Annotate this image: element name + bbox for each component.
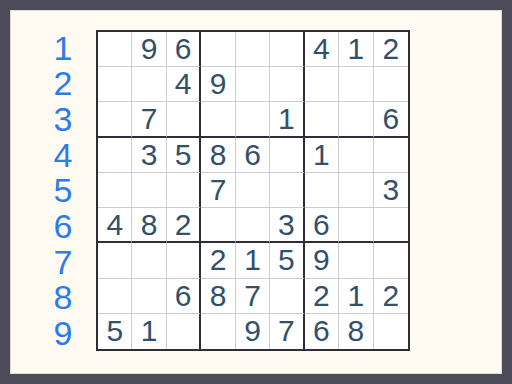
cell-r4c2[interactable]: 3 [132, 138, 166, 173]
row-label-1: 1 [41, 30, 85, 66]
cell-r2c2[interactable] [132, 67, 166, 102]
cell-r3c5[interactable] [236, 102, 270, 137]
cell-r6c5[interactable] [236, 208, 270, 243]
cell-r6c1[interactable]: 4 [98, 208, 132, 243]
cell-r3c9[interactable]: 6 [374, 102, 408, 137]
cell-r5c4[interactable]: 7 [201, 173, 235, 208]
cell-r5c8[interactable] [339, 173, 373, 208]
cell-r9c7[interactable]: 6 [305, 314, 339, 349]
cell-r8c4[interactable]: 8 [201, 279, 235, 314]
cell-r7c8[interactable] [339, 243, 373, 278]
cell-r7c5[interactable]: 1 [236, 243, 270, 278]
cell-r1c6[interactable] [270, 32, 304, 67]
cell-r2c5[interactable] [236, 67, 270, 102]
cell-r7c9[interactable] [374, 243, 408, 278]
cell-r9c9[interactable] [374, 314, 408, 349]
cell-r3c2[interactable]: 7 [132, 102, 166, 137]
cell-r8c1[interactable] [98, 279, 132, 314]
window-frame: 123456789 964124971635861734823621596872… [0, 0, 512, 384]
row-label-6: 6 [41, 208, 85, 244]
cell-r6c2[interactable]: 8 [132, 208, 166, 243]
cell-r6c9[interactable] [374, 208, 408, 243]
cell-r8c2[interactable] [132, 279, 166, 314]
cell-r6c4[interactable] [201, 208, 235, 243]
cell-r2c9[interactable] [374, 67, 408, 102]
cell-r3c1[interactable] [98, 102, 132, 137]
row-label-9: 9 [41, 315, 85, 351]
cell-r9c4[interactable] [201, 314, 235, 349]
cell-r9c2[interactable]: 1 [132, 314, 166, 349]
cell-r3c3[interactable] [167, 102, 201, 137]
cell-r4c1[interactable] [98, 138, 132, 173]
cell-r7c7[interactable]: 9 [305, 243, 339, 278]
cell-r1c5[interactable] [236, 32, 270, 67]
row-label-5: 5 [41, 173, 85, 209]
cell-r7c2[interactable] [132, 243, 166, 278]
row-label-4: 4 [41, 137, 85, 173]
cell-r6c8[interactable] [339, 208, 373, 243]
row-label-3: 3 [41, 101, 85, 137]
cell-r3c7[interactable] [305, 102, 339, 137]
cell-r6c7[interactable]: 6 [305, 208, 339, 243]
cell-r4c7[interactable]: 1 [305, 138, 339, 173]
cell-r5c9[interactable]: 3 [374, 173, 408, 208]
cell-r1c3[interactable]: 6 [167, 32, 201, 67]
cell-r8c3[interactable]: 6 [167, 279, 201, 314]
cell-r2c3[interactable]: 4 [167, 67, 201, 102]
cell-r2c8[interactable] [339, 67, 373, 102]
row-label-2: 2 [41, 66, 85, 102]
cell-r9c6[interactable]: 7 [270, 314, 304, 349]
cell-r9c8[interactable]: 8 [339, 314, 373, 349]
cell-r5c1[interactable] [98, 173, 132, 208]
cell-r2c6[interactable] [270, 67, 304, 102]
cell-r3c8[interactable] [339, 102, 373, 137]
cell-r9c1[interactable]: 5 [98, 314, 132, 349]
cell-r1c7[interactable]: 4 [305, 32, 339, 67]
cell-r2c1[interactable] [98, 67, 132, 102]
cell-r1c2[interactable]: 9 [132, 32, 166, 67]
cell-r1c4[interactable] [201, 32, 235, 67]
cell-r4c9[interactable] [374, 138, 408, 173]
cell-r4c8[interactable] [339, 138, 373, 173]
row-label-7: 7 [41, 244, 85, 280]
cell-r5c7[interactable] [305, 173, 339, 208]
cell-r7c1[interactable] [98, 243, 132, 278]
cell-r4c6[interactable] [270, 138, 304, 173]
cell-r2c4[interactable]: 9 [201, 67, 235, 102]
cell-r8c7[interactable]: 2 [305, 279, 339, 314]
row-label-8: 8 [41, 280, 85, 316]
cell-r8c5[interactable]: 7 [236, 279, 270, 314]
cell-r2c7[interactable] [305, 67, 339, 102]
cell-r5c2[interactable] [132, 173, 166, 208]
cell-r4c5[interactable]: 6 [236, 138, 270, 173]
cell-r8c8[interactable]: 1 [339, 279, 373, 314]
cell-r7c3[interactable] [167, 243, 201, 278]
cell-r4c3[interactable]: 5 [167, 138, 201, 173]
cell-r6c3[interactable]: 2 [167, 208, 201, 243]
cell-r5c5[interactable] [236, 173, 270, 208]
cell-r7c6[interactable]: 5 [270, 243, 304, 278]
cell-r8c6[interactable] [270, 279, 304, 314]
cell-r1c9[interactable]: 2 [374, 32, 408, 67]
cell-r9c3[interactable] [167, 314, 201, 349]
cell-r3c6[interactable]: 1 [270, 102, 304, 137]
cell-r5c6[interactable] [270, 173, 304, 208]
cell-r1c8[interactable]: 1 [339, 32, 373, 67]
cell-r9c5[interactable]: 9 [236, 314, 270, 349]
cell-r3c4[interactable] [201, 102, 235, 137]
cell-r1c1[interactable] [98, 32, 132, 67]
cell-r6c6[interactable]: 3 [270, 208, 304, 243]
cell-r4c4[interactable]: 8 [201, 138, 235, 173]
cell-r8c9[interactable]: 2 [374, 279, 408, 314]
row-labels: 123456789 [41, 30, 85, 351]
cell-r5c3[interactable] [167, 173, 201, 208]
sudoku-grid: 96412497163586173482362159687212519768 [96, 30, 410, 351]
cell-r7c4[interactable]: 2 [201, 243, 235, 278]
